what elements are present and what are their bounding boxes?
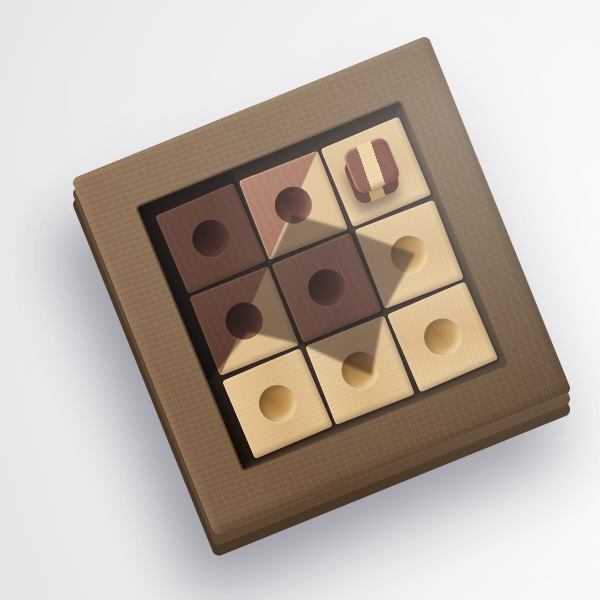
scene-background	[0, 0, 600, 600]
finger-dimple	[418, 312, 467, 361]
puzzle-board	[71, 35, 572, 536]
finger-dimple	[269, 181, 317, 229]
tile-grid	[156, 117, 498, 459]
finger-dimple	[220, 297, 268, 345]
finger-dimple	[385, 230, 433, 278]
tile-tray	[137, 101, 505, 469]
finger-dimple	[253, 379, 302, 428]
finger-dimple	[186, 214, 235, 263]
finger-dimple	[302, 263, 351, 312]
tile-area	[156, 117, 498, 459]
finger-dimple	[336, 346, 384, 394]
